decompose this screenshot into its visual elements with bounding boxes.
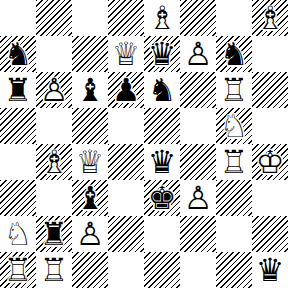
square-e6[interactable]: ♞♞ [144,72,180,108]
piece-glyph: ♖ [216,72,252,108]
black-bishop-icon[interactable]: ♝♝ [72,180,108,216]
white-pawn-icon[interactable]: ♟♙ [36,72,72,108]
white-bishop-icon[interactable]: ♝♗ [36,144,72,180]
black-queen-icon[interactable]: ♛♛ [144,144,180,180]
square-e8[interactable]: ♝♗ [144,0,180,36]
piece-glyph: ♕ [72,144,108,180]
piece-glyph: ♗ [36,144,72,180]
white-rook-icon[interactable]: ♜♖ [216,144,252,180]
square-b7[interactable] [36,36,72,72]
square-b6[interactable]: ♟♙ [36,72,72,108]
square-a5[interactable] [0,108,36,144]
piece-glyph: ♛ [144,36,180,72]
black-pawn-icon[interactable]: ♟♟ [108,72,144,108]
square-a7[interactable]: ♞♞ [0,36,36,72]
square-d2[interactable] [108,216,144,252]
piece-glyph: ♛ [144,144,180,180]
white-pawn-icon[interactable]: ♟♙ [72,216,108,252]
black-knight-icon[interactable]: ♞♞ [144,72,180,108]
piece-glyph: ♘ [0,216,36,252]
square-d6[interactable]: ♟♟ [108,72,144,108]
square-h1[interactable]: ♛♛ [252,252,288,288]
square-h5[interactable] [252,108,288,144]
square-f8[interactable] [180,0,216,36]
piece-glyph: ♚ [144,180,180,216]
black-knight-icon[interactable]: ♞♞ [0,36,36,72]
white-king-icon[interactable]: ♚♔ [252,144,288,180]
square-d8[interactable] [108,0,144,36]
square-c2[interactable]: ♟♙ [72,216,108,252]
square-f5[interactable] [180,108,216,144]
chess-board: ♝♗♝♗♞♞♛♕♛♛♟♙♞♞♜♜♟♙♝♝♟♟♞♞♜♖♞♘♝♗♛♕♛♛♜♖♚♔♝♝… [0,0,288,288]
square-g6[interactable]: ♜♖ [216,72,252,108]
white-knight-icon[interactable]: ♞♘ [216,108,252,144]
square-g3[interactable] [216,180,252,216]
piece-glyph: ♖ [0,252,36,288]
square-c5[interactable] [72,108,108,144]
white-rook-icon[interactable]: ♜♖ [216,72,252,108]
square-d4[interactable] [108,144,144,180]
square-e2[interactable] [144,216,180,252]
piece-glyph: ♙ [180,180,216,216]
square-a8[interactable] [0,0,36,36]
piece-glyph: ♔ [252,144,288,180]
white-queen-icon[interactable]: ♛♕ [72,144,108,180]
square-d1[interactable] [108,252,144,288]
square-b8[interactable] [36,0,72,36]
square-g7[interactable]: ♞♞ [216,36,252,72]
square-f1[interactable] [180,252,216,288]
square-e3[interactable]: ♚♚ [144,180,180,216]
square-d3[interactable] [108,180,144,216]
white-pawn-icon[interactable]: ♟♙ [180,36,216,72]
white-knight-icon[interactable]: ♞♘ [0,216,36,252]
square-b2[interactable]: ♜♜ [36,216,72,252]
piece-glyph: ♖ [216,144,252,180]
black-rook-icon[interactable]: ♜♜ [36,216,72,252]
square-b4[interactable]: ♝♗ [36,144,72,180]
black-queen-icon[interactable]: ♛♛ [252,252,288,288]
piece-glyph: ♗ [144,0,180,36]
square-c8[interactable] [72,0,108,36]
white-rook-icon[interactable]: ♜♖ [0,252,36,288]
square-h2[interactable] [252,216,288,252]
piece-glyph: ♙ [36,72,72,108]
square-f4[interactable] [180,144,216,180]
square-c4[interactable]: ♛♕ [72,144,108,180]
black-bishop-icon[interactable]: ♝♝ [72,72,108,108]
square-b3[interactable] [36,180,72,216]
black-queen-icon[interactable]: ♛♛ [144,36,180,72]
white-pawn-icon[interactable]: ♟♙ [180,180,216,216]
piece-glyph: ♕ [108,36,144,72]
piece-glyph: ♜ [36,216,72,252]
square-h4[interactable]: ♚♔ [252,144,288,180]
square-e7[interactable]: ♛♛ [144,36,180,72]
square-g5[interactable]: ♞♘ [216,108,252,144]
piece-glyph: ♛ [252,252,288,288]
square-c1[interactable] [72,252,108,288]
square-a3[interactable] [0,180,36,216]
square-g8[interactable] [216,0,252,36]
piece-glyph: ♙ [72,216,108,252]
piece-glyph: ♜ [0,72,36,108]
piece-glyph: ♝ [72,72,108,108]
white-queen-icon[interactable]: ♛♕ [108,36,144,72]
square-e1[interactable] [144,252,180,288]
square-c3[interactable]: ♝♝ [72,180,108,216]
square-e5[interactable] [144,108,180,144]
piece-glyph: ♘ [216,108,252,144]
square-c7[interactable] [72,36,108,72]
white-rook-icon[interactable]: ♜♖ [36,252,72,288]
piece-glyph: ♟ [108,72,144,108]
square-g2[interactable] [216,216,252,252]
piece-glyph: ♙ [180,36,216,72]
square-a6[interactable]: ♜♜ [0,72,36,108]
white-bishop-icon[interactable]: ♝♗ [252,0,288,36]
square-e4[interactable]: ♛♛ [144,144,180,180]
square-c6[interactable]: ♝♝ [72,72,108,108]
square-f2[interactable] [180,216,216,252]
square-h7[interactable] [252,36,288,72]
black-king-icon[interactable]: ♚♚ [144,180,180,216]
black-knight-icon[interactable]: ♞♞ [216,36,252,72]
square-g4[interactable]: ♜♖ [216,144,252,180]
square-h6[interactable] [252,72,288,108]
square-h3[interactable] [252,180,288,216]
square-a1[interactable]: ♜♖ [0,252,36,288]
piece-glyph: ♞ [0,36,36,72]
square-h8[interactable]: ♝♗ [252,0,288,36]
piece-glyph: ♞ [216,36,252,72]
square-a4[interactable] [0,144,36,180]
square-f3[interactable]: ♟♙ [180,180,216,216]
square-d7[interactable]: ♛♕ [108,36,144,72]
square-f7[interactable]: ♟♙ [180,36,216,72]
piece-glyph: ♗ [252,0,288,36]
square-g1[interactable] [216,252,252,288]
white-bishop-icon[interactable]: ♝♗ [144,0,180,36]
piece-glyph: ♝ [72,180,108,216]
square-d5[interactable] [108,108,144,144]
square-f6[interactable] [180,72,216,108]
square-b1[interactable]: ♜♖ [36,252,72,288]
piece-glyph: ♞ [144,72,180,108]
black-rook-icon[interactable]: ♜♜ [0,72,36,108]
piece-glyph: ♖ [36,252,72,288]
square-b5[interactable] [36,108,72,144]
square-a2[interactable]: ♞♘ [0,216,36,252]
